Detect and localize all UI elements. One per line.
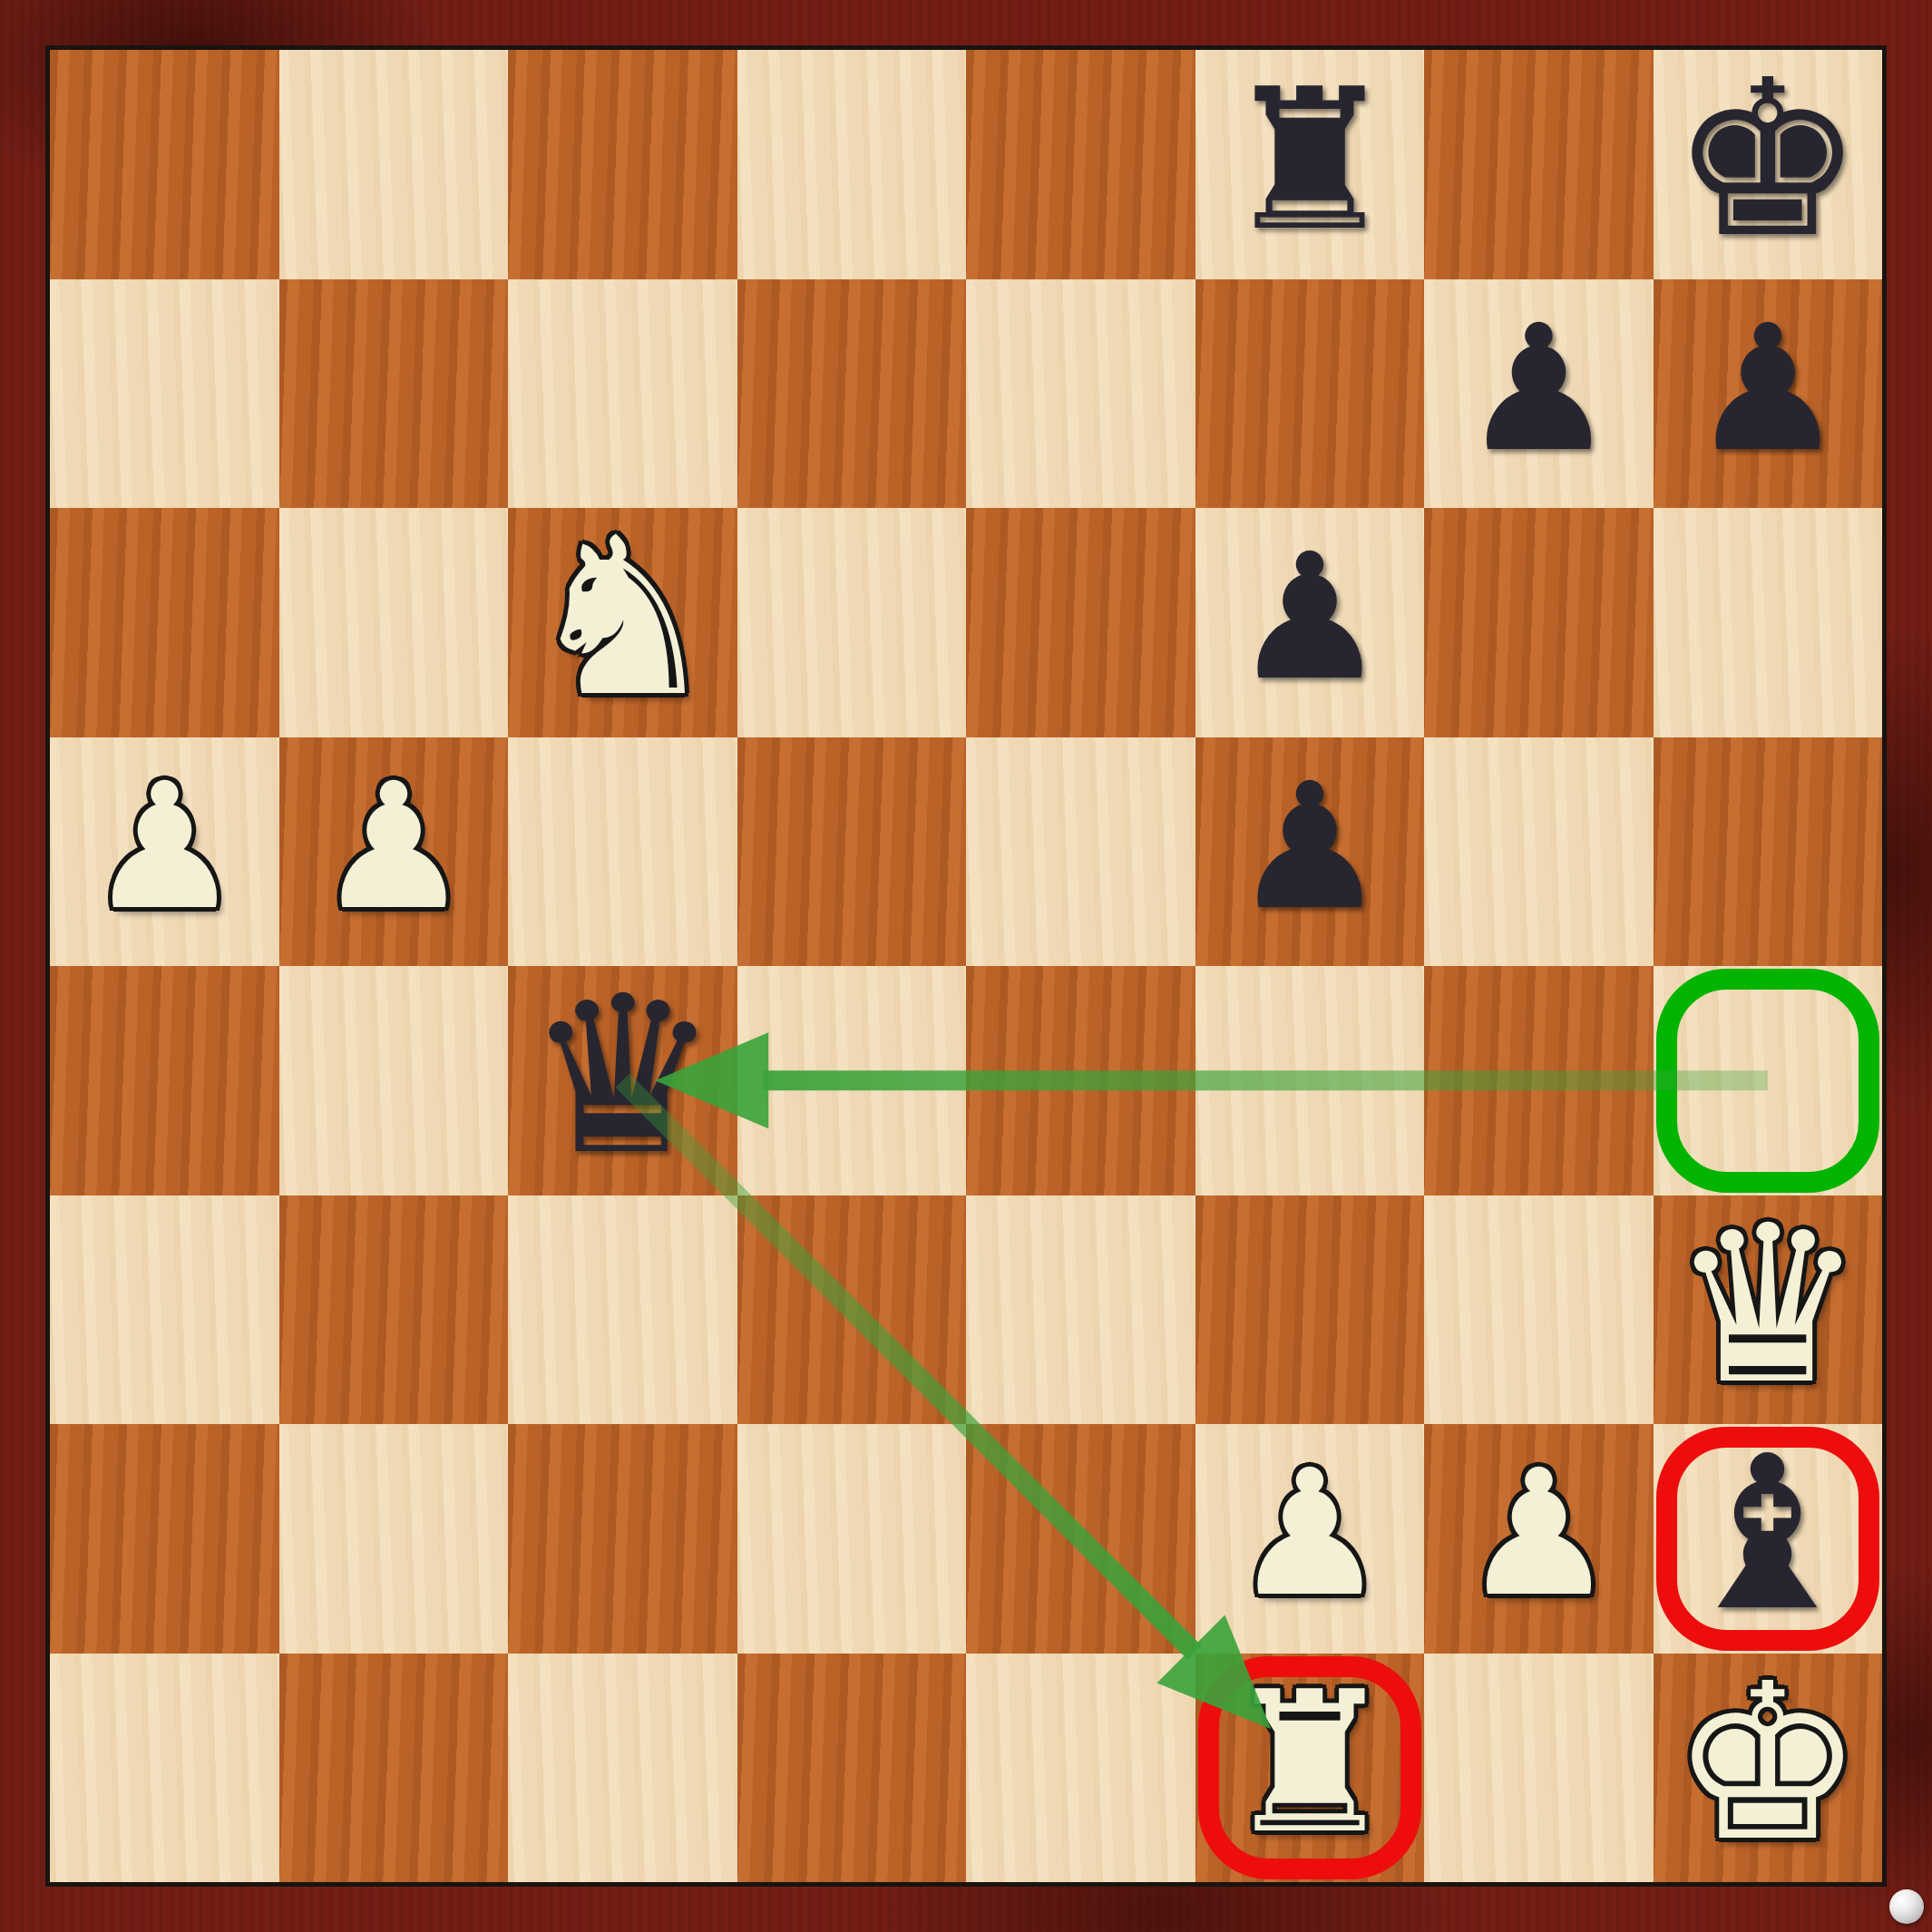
square-d1[interactable]: [737, 1654, 967, 1883]
piece-white-queen-h3[interactable]: ♛: [1654, 1195, 1883, 1425]
square-g8[interactable]: [1424, 50, 1654, 279]
square-d8[interactable]: [737, 50, 967, 279]
square-b5[interactable]: ♟: [279, 737, 509, 967]
square-e3[interactable]: [966, 1195, 1195, 1425]
square-c7[interactable]: [508, 279, 737, 509]
piece-white-pawn-b5[interactable]: ♟: [279, 737, 509, 967]
square-e2[interactable]: [966, 1424, 1195, 1654]
square-g4[interactable]: [1424, 966, 1654, 1195]
square-h6[interactable]: [1654, 508, 1883, 737]
square-a3[interactable]: [50, 1195, 279, 1425]
square-a6[interactable]: [50, 508, 279, 737]
square-b6[interactable]: [279, 508, 509, 737]
square-a8[interactable]: [50, 50, 279, 279]
square-e1[interactable]: [966, 1654, 1195, 1883]
square-d4[interactable]: [737, 966, 967, 1195]
piece-black-bishop-h2[interactable]: ♝: [1654, 1424, 1883, 1654]
square-f4[interactable]: [1195, 966, 1425, 1195]
square-b3[interactable]: [279, 1195, 509, 1425]
square-c5[interactable]: [508, 737, 737, 967]
square-f1[interactable]: ♜: [1195, 1654, 1425, 1883]
square-a5[interactable]: ♟: [50, 737, 279, 967]
square-e4[interactable]: [966, 966, 1195, 1195]
piece-white-pawn-a5[interactable]: ♟: [50, 737, 279, 967]
square-c6[interactable]: ♞: [508, 508, 737, 737]
square-f6[interactable]: ♟: [1195, 508, 1425, 737]
square-c4[interactable]: ♛: [508, 966, 737, 1195]
square-b8[interactable]: [279, 50, 509, 279]
square-c2[interactable]: [508, 1424, 737, 1654]
square-c1[interactable]: [508, 1654, 737, 1883]
square-b1[interactable]: [279, 1654, 509, 1883]
square-a1[interactable]: [50, 1654, 279, 1883]
piece-white-pawn-g2[interactable]: ♟: [1424, 1424, 1654, 1654]
chess-board: ♜♚♟♟♞♟♟♟♟♛♛♟♟♝♜♚: [50, 50, 1882, 1882]
square-h2[interactable]: ♝: [1654, 1424, 1883, 1654]
piece-white-knight-c6[interactable]: ♞: [508, 508, 737, 737]
square-b2[interactable]: [279, 1424, 509, 1654]
square-h1[interactable]: ♚: [1654, 1654, 1883, 1883]
square-f5[interactable]: ♟: [1195, 737, 1425, 967]
square-b4[interactable]: [279, 966, 509, 1195]
piece-black-queen-c4[interactable]: ♛: [508, 966, 737, 1195]
piece-black-pawn-f5[interactable]: ♟: [1195, 737, 1425, 967]
square-f2[interactable]: ♟: [1195, 1424, 1425, 1654]
square-d7[interactable]: [737, 279, 967, 509]
square-e8[interactable]: [966, 50, 1195, 279]
square-g7[interactable]: ♟: [1424, 279, 1654, 509]
piece-white-pawn-f2[interactable]: ♟: [1195, 1424, 1425, 1654]
square-d5[interactable]: [737, 737, 967, 967]
square-h4[interactable]: [1654, 966, 1883, 1195]
square-d6[interactable]: [737, 508, 967, 737]
square-a2[interactable]: [50, 1424, 279, 1654]
square-h8[interactable]: ♚: [1654, 50, 1883, 279]
square-h3[interactable]: ♛: [1654, 1195, 1883, 1425]
square-f3[interactable]: [1195, 1195, 1425, 1425]
square-g3[interactable]: [1424, 1195, 1654, 1425]
square-f8[interactable]: ♜: [1195, 50, 1425, 279]
piece-black-king-h8[interactable]: ♚: [1654, 50, 1883, 279]
side-to-move-indicator: [1889, 1889, 1924, 1924]
square-d3[interactable]: [737, 1195, 967, 1425]
square-g5[interactable]: [1424, 737, 1654, 967]
square-f7[interactable]: [1195, 279, 1425, 509]
square-c3[interactable]: [508, 1195, 737, 1425]
piece-white-rook-f1[interactable]: ♜: [1195, 1654, 1425, 1883]
square-g6[interactable]: [1424, 508, 1654, 737]
square-h7[interactable]: ♟: [1654, 279, 1883, 509]
square-d2[interactable]: [737, 1424, 967, 1654]
square-c8[interactable]: [508, 50, 737, 279]
highlight-ring-h4: [1656, 969, 1880, 1193]
piece-black-pawn-h7[interactable]: ♟: [1654, 279, 1883, 509]
square-g1[interactable]: [1424, 1654, 1654, 1883]
square-e5[interactable]: [966, 737, 1195, 967]
piece-black-rook-f8[interactable]: ♜: [1195, 50, 1425, 279]
square-a4[interactable]: [50, 966, 279, 1195]
square-e7[interactable]: [966, 279, 1195, 509]
square-h5[interactable]: [1654, 737, 1883, 967]
square-g2[interactable]: ♟: [1424, 1424, 1654, 1654]
board-frame: ♜♚♟♟♞♟♟♟♟♛♛♟♟♝♜♚: [0, 0, 1932, 1932]
piece-white-king-h1[interactable]: ♚: [1654, 1654, 1883, 1883]
square-a7[interactable]: [50, 279, 279, 509]
square-e6[interactable]: [966, 508, 1195, 737]
piece-black-pawn-f6[interactable]: ♟: [1195, 508, 1425, 737]
square-b7[interactable]: [279, 279, 509, 509]
piece-black-pawn-g7[interactable]: ♟: [1424, 279, 1654, 509]
